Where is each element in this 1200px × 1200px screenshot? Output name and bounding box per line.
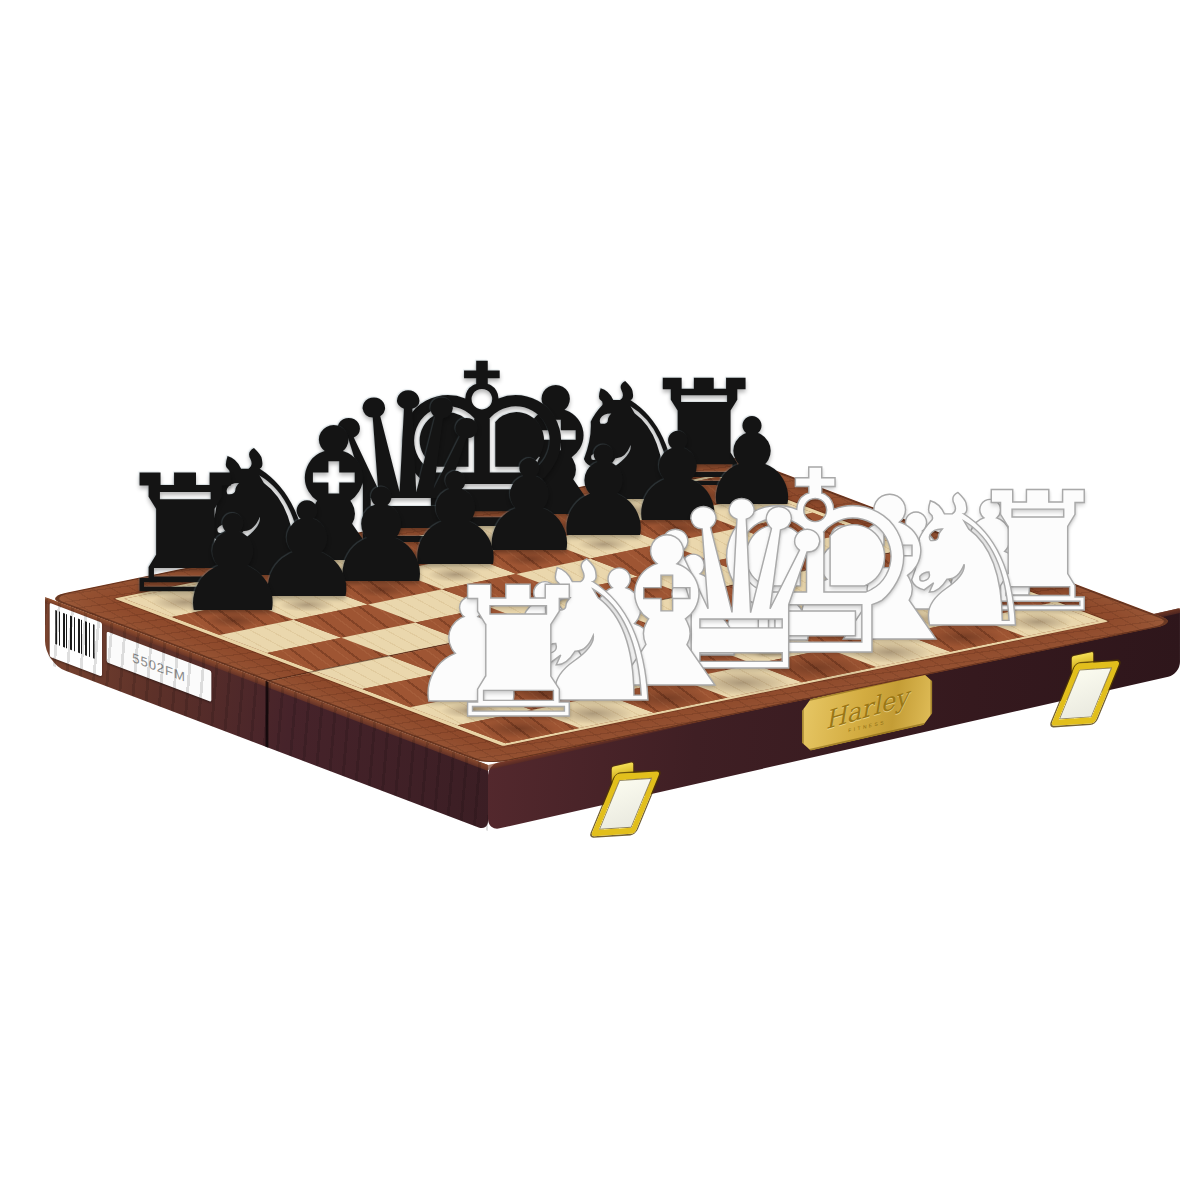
- fold-seam-side: [266, 681, 269, 748]
- piece-black-pawn-a7: ♟: [173, 499, 292, 632]
- latch-loop-icon: [590, 771, 660, 836]
- chess-set-product-photo: 5502FM Harley FITNESS ♜♞♟♝♟♚♟♛♟♝♟♞♟♜♟♟♟♟…: [0, 0, 1200, 1200]
- barcode-icon: [55, 610, 94, 659]
- sku-label: 5502FM: [132, 649, 186, 684]
- piece-white-rook-a1: ♜: [438, 564, 600, 745]
- barcode-number: [53, 646, 98, 672]
- latch-loop-icon: [1050, 661, 1120, 726]
